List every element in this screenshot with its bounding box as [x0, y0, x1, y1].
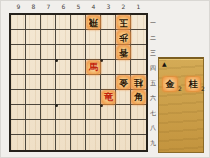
board-cell-7-5[interactable] — [41, 75, 56, 90]
board-cell-1-2[interactable] — [131, 30, 146, 45]
board-cell-7-6[interactable] — [41, 90, 56, 105]
star-point — [55, 59, 58, 62]
board-cell-5-5[interactable] — [71, 75, 86, 90]
rank-label-5: 五 — [149, 75, 157, 90]
board-cell-9-9[interactable] — [11, 135, 26, 150]
piece-glyph: 桂 — [134, 76, 143, 89]
file-label-3: 3 — [101, 2, 116, 11]
board-cell-6-8[interactable] — [56, 120, 71, 135]
rank-label-6: 六 — [149, 90, 157, 105]
board-cell-9-7[interactable] — [11, 105, 26, 120]
piece-glyph: 馬 — [89, 61, 98, 74]
rank-label-8: 八 — [149, 120, 157, 135]
shogi-piece-玉-21[interactable]: 玉 — [117, 16, 130, 29]
board-cell-8-6[interactable] — [26, 90, 41, 105]
board-cell-2-9[interactable] — [116, 135, 131, 150]
piece-glyph: 角 — [134, 91, 143, 104]
file-label-7: 7 — [41, 2, 56, 11]
board-cell-6-7[interactable] — [56, 105, 71, 120]
hand-piece-桂[interactable]: 桂 — [186, 77, 200, 91]
rank-label-4: 四 — [149, 60, 157, 75]
board-cell-9-5[interactable] — [11, 75, 26, 90]
board-cell-7-7[interactable] — [41, 105, 56, 120]
board-cell-4-5[interactable] — [86, 75, 101, 90]
rank-label-3: 三 — [149, 45, 157, 60]
board-cell-7-8[interactable] — [41, 120, 56, 135]
board-cell-5-3[interactable] — [71, 45, 86, 60]
shogi-piece-竜-36[interactable]: 竜 — [102, 91, 115, 104]
rank-label-7: 七 — [149, 105, 157, 120]
board-cell-6-4[interactable] — [56, 60, 71, 75]
board-cell-6-2[interactable] — [56, 30, 71, 45]
board-cell-3-9[interactable] — [101, 135, 116, 150]
file-label-1: 1 — [131, 2, 146, 11]
hand-count-桂: 2 — [201, 85, 205, 92]
board-cell-3-3[interactable] — [101, 45, 116, 60]
file-label-9: 9 — [11, 2, 26, 11]
board-cell-2-6[interactable] — [116, 90, 131, 105]
hand-count-金: 2 — [178, 85, 182, 92]
shogi-piece-角-16[interactable]: 角 — [132, 91, 145, 104]
board-cell-5-7[interactable] — [71, 105, 86, 120]
shogi-piece-飛-41[interactable]: 飛 — [87, 16, 100, 29]
board-cell-6-3[interactable] — [56, 45, 71, 60]
board-cell-8-1[interactable] — [26, 15, 41, 30]
star-point — [100, 104, 103, 107]
board-cell-4-8[interactable] — [86, 120, 101, 135]
file-label-5: 5 — [71, 2, 86, 11]
board-cell-8-2[interactable] — [26, 30, 41, 45]
board-cell-3-2[interactable] — [101, 30, 116, 45]
sente-marker: ▲ — [162, 60, 167, 68]
board-cell-6-5[interactable] — [56, 75, 71, 90]
board-cell-4-7[interactable] — [86, 105, 101, 120]
komadai-sente-hand: ▲ 金2桂2 — [158, 57, 204, 153]
board-cell-6-6[interactable] — [56, 90, 71, 105]
board-cell-4-6[interactable] — [86, 90, 101, 105]
shogi-piece-桂-15[interactable]: 桂 — [132, 76, 145, 89]
board-cell-9-8[interactable] — [11, 120, 26, 135]
file-label-4: 4 — [86, 2, 101, 11]
board-cell-7-1[interactable] — [41, 15, 56, 30]
shogi-piece-馬-44[interactable]: 馬 — [87, 61, 100, 74]
rank-label-9: 九 — [149, 135, 157, 150]
file-label-6: 6 — [56, 2, 71, 11]
shogi-piece-歩-22[interactable]: 歩 — [117, 31, 130, 44]
board-cell-8-8[interactable] — [26, 120, 41, 135]
board-cell-6-9[interactable] — [56, 135, 71, 150]
board-cell-3-8[interactable] — [101, 120, 116, 135]
shogi-piece-金-25[interactable]: 金 — [117, 76, 130, 89]
piece-glyph: 歩 — [119, 31, 128, 44]
board-cell-4-9[interactable] — [86, 135, 101, 150]
board-cell-5-2[interactable] — [71, 30, 86, 45]
rank-label-2: 二 — [149, 30, 157, 45]
board-cell-9-6[interactable] — [11, 90, 26, 105]
board-cell-5-6[interactable] — [71, 90, 86, 105]
board-cell-1-4[interactable] — [131, 60, 146, 75]
piece-glyph: 竜 — [104, 91, 113, 104]
board-cell-7-9[interactable] — [41, 135, 56, 150]
board-cell-9-4[interactable] — [11, 60, 26, 75]
board-cell-6-1[interactable] — [56, 15, 71, 30]
rank-labels: 一二三四五六七八九 — [149, 15, 157, 150]
board-cell-8-7[interactable] — [26, 105, 41, 120]
board-cell-4-2[interactable] — [86, 30, 101, 45]
board-cell-3-4[interactable] — [101, 60, 116, 75]
piece-glyph: 香 — [119, 46, 128, 59]
hand-piece-金[interactable]: 金 — [163, 77, 177, 91]
file-label-2: 2 — [116, 2, 131, 11]
star-point — [55, 104, 58, 107]
board-cell-5-9[interactable] — [71, 135, 86, 150]
piece-glyph: 金 — [119, 76, 128, 89]
board-cell-8-9[interactable] — [26, 135, 41, 150]
board-cell-7-4[interactable] — [41, 60, 56, 75]
board-cell-9-2[interactable] — [11, 30, 26, 45]
board-cell-7-3[interactable] — [41, 45, 56, 60]
board-cell-5-1[interactable] — [71, 15, 86, 30]
board-cell-9-1[interactable] — [11, 15, 26, 30]
file-label-8: 8 — [26, 2, 41, 11]
board-cell-3-5[interactable] — [101, 75, 116, 90]
board-cell-5-4[interactable] — [71, 60, 86, 75]
board-cell-8-4[interactable] — [26, 60, 41, 75]
shogi-piece-香-23[interactable]: 香 — [117, 46, 130, 59]
board-cell-1-1[interactable] — [131, 15, 146, 30]
board-cell-5-8[interactable] — [71, 120, 86, 135]
board-cell-8-5[interactable] — [26, 75, 41, 90]
board-cell-7-2[interactable] — [41, 30, 56, 45]
board-cell-3-1[interactable] — [101, 15, 116, 30]
board-cell-9-3[interactable] — [11, 45, 26, 60]
board-cell-8-3[interactable] — [26, 45, 41, 60]
shogi-board[interactable]: 飛玉歩香馬金桂竜角 — [9, 13, 148, 152]
board-cell-3-7[interactable] — [101, 105, 116, 120]
board-cell-2-4[interactable] — [116, 60, 131, 75]
piece-glyph: 桂 — [189, 77, 198, 91]
board-cell-1-9[interactable] — [131, 135, 146, 150]
file-labels: 987654321 — [11, 2, 146, 11]
board-cell-2-7[interactable] — [116, 105, 131, 120]
piece-glyph: 飛 — [89, 16, 98, 29]
piece-glyph: 金 — [166, 77, 175, 91]
piece-glyph: 玉 — [119, 16, 128, 29]
board-cell-4-3[interactable] — [86, 45, 101, 60]
tsume-shogi-diagram: 987654321 飛玉歩香馬金桂竜角 一二三四五六七八九 ▲ 金2桂2 — [0, 0, 210, 158]
board-cell-1-8[interactable] — [131, 120, 146, 135]
board-cell-1-3[interactable] — [131, 45, 146, 60]
rank-label-1: 一 — [149, 15, 157, 30]
star-point — [100, 59, 103, 62]
board-cell-2-8[interactable] — [116, 120, 131, 135]
board-cell-1-7[interactable] — [131, 105, 146, 120]
